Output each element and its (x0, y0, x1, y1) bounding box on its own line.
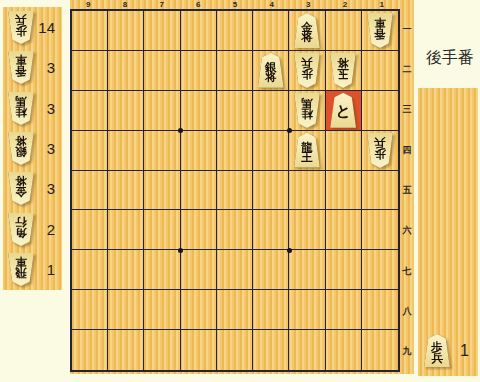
piece-lance-gote[interactable]: 香車 (366, 13, 394, 48)
cell-8-9[interactable] (108, 330, 144, 370)
file-label-5: 5 (217, 0, 254, 9)
cell-5-4[interactable] (217, 131, 253, 171)
cell-3-7[interactable] (289, 250, 325, 290)
piece-face: 銀将 (257, 53, 285, 88)
piece-gold-sente[interactable]: 金将 (293, 13, 321, 48)
board-star-dot (178, 248, 183, 253)
hand-count: 14 (38, 19, 55, 36)
cell-1-6[interactable] (362, 210, 398, 250)
gote-hand-item-knight: 桂馬3 (3, 88, 62, 128)
piece-face: 金将 (7, 172, 35, 205)
file-label-7: 7 (143, 0, 180, 9)
board-star-dot (287, 248, 292, 253)
cell-5-9[interactable] (217, 330, 253, 370)
cell-4-6[interactable] (253, 210, 289, 250)
shogi-app: { "game": "shogi", "position": { "sfen":… (0, 0, 480, 382)
piece-kanji: 行 (15, 217, 27, 228)
piece-knight-gote[interactable]: 桂馬 (293, 93, 321, 128)
cell-3-5[interactable] (289, 171, 325, 211)
cell-4-3[interactable] (253, 91, 289, 131)
piece-kanji: 将 (301, 32, 313, 43)
gote-hand-item-pawn: 歩兵14 (3, 7, 62, 47)
piece-face: 飛車 (7, 253, 35, 286)
cell-6-7[interactable] (181, 250, 217, 290)
cell-9-2[interactable] (72, 51, 108, 91)
piece-kanji: 車 (15, 257, 27, 268)
cell-1-3[interactable] (362, 91, 398, 131)
cell-9-7[interactable] (72, 250, 108, 290)
cell-8-7[interactable] (108, 250, 144, 290)
piece-kanji: 兵 (374, 138, 386, 149)
cell-5-3[interactable] (217, 91, 253, 131)
rank-labels: 一二三四五六七八九 (400, 9, 414, 372)
cell-4-8[interactable] (253, 290, 289, 330)
cell-5-2[interactable] (217, 51, 253, 91)
gote-hand-item-silver: 銀将3 (3, 128, 62, 168)
piece-face: 玉将 (329, 53, 357, 88)
file-label-6: 6 (180, 0, 217, 9)
piece-face: 桂馬 (293, 93, 321, 128)
cell-2-9[interactable] (326, 330, 362, 370)
rank-label-7: 七 (400, 251, 414, 291)
cell-6-2[interactable] (181, 51, 217, 91)
piece-kanji: 飛 (15, 268, 27, 279)
cell-8-5[interactable] (108, 171, 144, 211)
shogi-board: 987654321 金将香車銀将歩兵玉将桂馬と龍王歩兵 一二三四五六七八九 (70, 0, 414, 374)
piece-knight-gote[interactable]: 桂馬 (7, 92, 35, 125)
piece-face: 歩兵 (7, 11, 35, 44)
cell-2-6[interactable] (326, 210, 362, 250)
cell-2-1[interactable] (326, 11, 362, 51)
piece-kanji: 金 (15, 187, 27, 198)
hand-count: 3 (47, 59, 55, 76)
cell-6-6[interactable] (181, 210, 217, 250)
cell-7-7[interactable] (144, 250, 180, 290)
piece-kanji: 将 (265, 72, 277, 83)
piece-kanji: 将 (337, 58, 349, 69)
cell-1-8[interactable] (362, 290, 398, 330)
cell-4-4[interactable] (253, 131, 289, 171)
piece-lance-gote[interactable]: 香車 (7, 51, 35, 84)
cell-3-1[interactable]: 金将 (289, 11, 325, 51)
gote-hand-item-bishop: 角行2 (3, 209, 62, 249)
hand-count: 3 (47, 180, 55, 197)
cell-4-5[interactable] (253, 171, 289, 211)
cell-5-5[interactable] (217, 171, 253, 211)
cell-3-9[interactable] (289, 330, 325, 370)
piece-face: 歩兵 (293, 53, 321, 88)
cell-4-2[interactable]: 銀将 (253, 51, 289, 91)
piece-tokin-sente[interactable]: と (329, 93, 357, 128)
piece-pawn-sente[interactable]: 歩兵 (423, 334, 451, 367)
rank-label-3: 三 (400, 90, 414, 130)
cell-6-8[interactable] (181, 290, 217, 330)
file-label-1: 1 (363, 0, 400, 9)
cell-3-6[interactable] (289, 210, 325, 250)
cell-2-5[interactable] (326, 171, 362, 211)
piece-face: 桂馬 (7, 92, 35, 125)
piece-silver-sente[interactable]: 銀将 (257, 53, 285, 88)
cell-1-5[interactable] (362, 171, 398, 211)
piece-kanji: 兵 (301, 58, 313, 69)
piece-kanji: 馬 (301, 98, 313, 109)
cell-9-9[interactable] (72, 330, 108, 370)
file-label-3: 3 (290, 0, 327, 9)
piece-face: 香車 (366, 13, 394, 48)
cell-2-4[interactable] (326, 131, 362, 171)
piece-kanji: 銀 (15, 146, 27, 157)
cell-2-8[interactable] (326, 290, 362, 330)
cell-7-8[interactable] (144, 290, 180, 330)
cell-2-2[interactable]: 玉将 (326, 51, 362, 91)
gote-hand-stand: 歩兵14香車3桂馬3銀将3金将3角行2飛車1 (3, 7, 62, 290)
cell-4-9[interactable] (253, 330, 289, 370)
gote-hand-item-rook: 飛車1 (3, 250, 62, 290)
cell-7-4[interactable] (144, 131, 180, 171)
piece-kanji: 馬 (15, 96, 27, 107)
cell-8-8[interactable] (108, 290, 144, 330)
cell-8-4[interactable] (108, 131, 144, 171)
cell-3-2[interactable]: 歩兵 (289, 51, 325, 91)
rank-label-4: 四 (400, 130, 414, 170)
sente-hand-stand: 歩兵1 (418, 88, 478, 376)
cell-8-2[interactable] (108, 51, 144, 91)
cell-7-6[interactable] (144, 210, 180, 250)
piece-face: と (329, 93, 357, 128)
cell-1-9[interactable] (362, 330, 398, 370)
piece-dragon-sente[interactable]: 龍王 (293, 133, 321, 168)
piece-kanji: 王 (301, 152, 313, 163)
hand-count: 1 (460, 342, 469, 360)
cell-5-8[interactable] (217, 290, 253, 330)
cell-5-7[interactable] (217, 250, 253, 290)
turn-indicator: 後手番 (421, 48, 479, 69)
cell-9-6[interactable] (72, 210, 108, 250)
piece-kanji: 車 (15, 55, 27, 66)
piece-silver-gote[interactable]: 銀将 (7, 132, 35, 165)
cell-7-3[interactable] (144, 91, 180, 131)
piece-gold-gote[interactable]: 金将 (7, 172, 35, 205)
piece-pawn-gote[interactable]: 歩兵 (293, 53, 321, 88)
cell-9-3[interactable] (72, 91, 108, 131)
cell-9-4[interactable] (72, 131, 108, 171)
gote-hand-item-lance: 香車3 (3, 47, 62, 87)
piece-face: 銀将 (7, 132, 35, 165)
board-star-dot (287, 128, 292, 133)
rank-label-5: 五 (400, 170, 414, 210)
rank-label-1: 一 (400, 9, 414, 49)
cell-7-5[interactable] (144, 171, 180, 211)
piece-pawn-gote[interactable]: 歩兵 (7, 11, 35, 44)
cell-1-4[interactable]: 歩兵 (362, 131, 398, 171)
cell-1-2[interactable] (362, 51, 398, 91)
piece-kanji: 兵 (15, 15, 27, 26)
cell-9-8[interactable] (72, 290, 108, 330)
piece-face: 歩兵 (423, 334, 451, 367)
cell-9-1[interactable] (72, 11, 108, 51)
cell-7-1[interactable] (144, 11, 180, 51)
cell-8-1[interactable] (108, 11, 144, 51)
board-grid: 金将香車銀将歩兵玉将桂馬と龍王歩兵 (70, 9, 400, 372)
piece-kanji: と (335, 104, 350, 119)
piece-king-gote[interactable]: 玉将 (329, 53, 357, 88)
hand-count: 3 (47, 140, 55, 157)
cell-4-7[interactable] (253, 250, 289, 290)
rank-label-2: 二 (400, 49, 414, 89)
rank-label-6: 六 (400, 211, 414, 251)
cell-6-4[interactable] (181, 131, 217, 171)
hand-count: 3 (47, 100, 55, 117)
piece-kanji: 車 (374, 18, 386, 29)
cell-7-9[interactable] (144, 330, 180, 370)
file-label-8: 8 (107, 0, 144, 9)
cell-7-2[interactable] (144, 51, 180, 91)
piece-face: 龍王 (293, 133, 321, 168)
hand-count: 1 (47, 261, 55, 278)
piece-bishop-gote[interactable]: 角行 (7, 213, 35, 246)
cell-8-3[interactable] (108, 91, 144, 131)
piece-kanji: 兵 (431, 353, 443, 364)
cell-6-1[interactable] (181, 11, 217, 51)
piece-kanji: 将 (15, 136, 27, 147)
piece-face: 歩兵 (366, 133, 394, 168)
cell-3-3[interactable]: 桂馬 (289, 91, 325, 131)
cell-1-7[interactable] (362, 250, 398, 290)
cell-6-5[interactable] (181, 171, 217, 211)
file-labels: 987654321 (70, 0, 400, 9)
file-label-9: 9 (70, 0, 107, 9)
piece-kanji: 将 (15, 176, 27, 187)
cell-3-4[interactable]: 龍王 (289, 131, 325, 171)
cell-8-6[interactable] (108, 210, 144, 250)
piece-kanji: 香 (374, 28, 386, 39)
cell-5-6[interactable] (217, 210, 253, 250)
piece-face: 香車 (7, 51, 35, 84)
file-label-4: 4 (253, 0, 290, 9)
piece-face: 金将 (293, 13, 321, 48)
cell-2-7[interactable] (326, 250, 362, 290)
cell-9-5[interactable] (72, 171, 108, 211)
cell-6-9[interactable] (181, 330, 217, 370)
file-label-2: 2 (327, 0, 364, 9)
cell-2-3[interactable]: と (326, 91, 362, 131)
piece-kanji: 香 (15, 66, 27, 77)
rank-label-8: 八 (400, 291, 414, 331)
hand-count: 2 (47, 221, 55, 238)
cell-3-8[interactable] (289, 290, 325, 330)
cell-1-1[interactable]: 香車 (362, 11, 398, 51)
piece-pawn-gote[interactable]: 歩兵 (366, 133, 394, 168)
cell-5-1[interactable] (217, 11, 253, 51)
cell-4-1[interactable] (253, 11, 289, 51)
cell-6-3[interactable] (181, 91, 217, 131)
piece-rook-gote[interactable]: 飛車 (7, 253, 35, 286)
gote-hand-item-gold: 金将3 (3, 169, 62, 209)
rank-label-9: 九 (400, 332, 414, 372)
piece-face: 角行 (7, 213, 35, 246)
